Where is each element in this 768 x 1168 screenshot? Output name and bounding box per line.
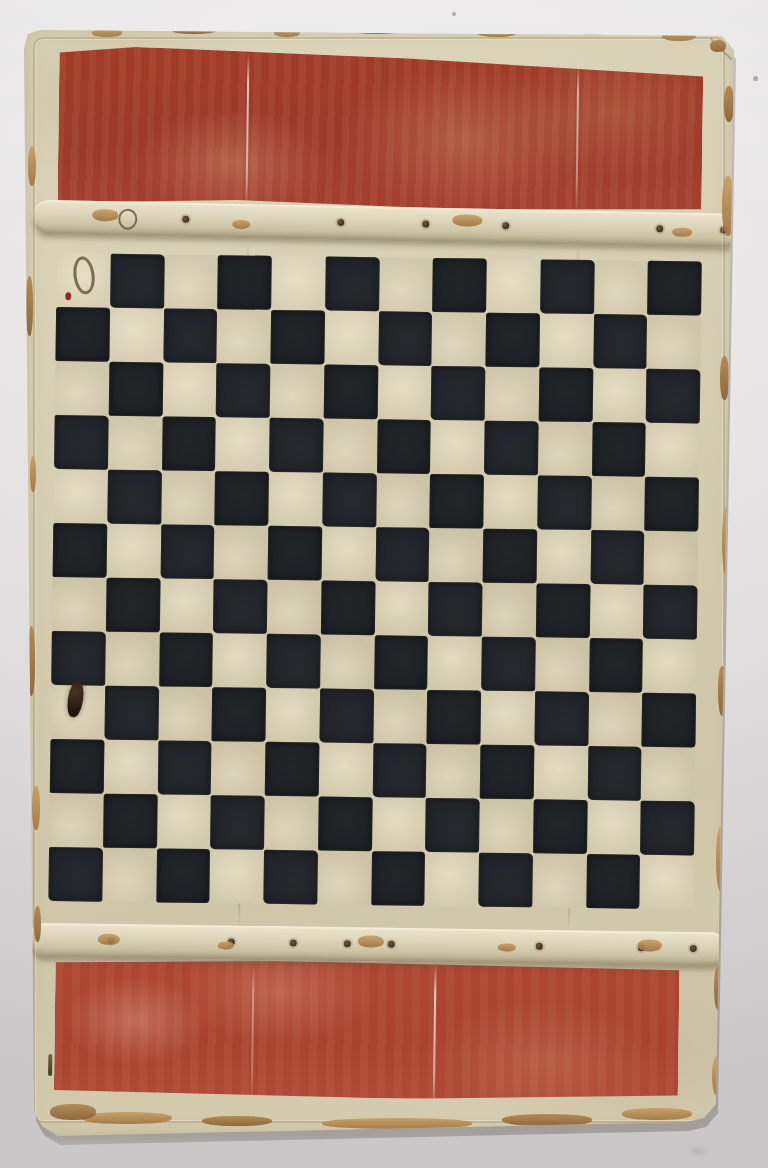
- gameboard: [22, 26, 738, 1138]
- paint-chip: [502, 1114, 592, 1126]
- paint-chip: [718, 666, 727, 716]
- paint-chip: [30, 456, 36, 492]
- photo-background: [0, 0, 768, 1168]
- paint-chip: [92, 29, 122, 37]
- paint-chip: [622, 1108, 692, 1120]
- paint-chip: [28, 626, 35, 696]
- paint-chip: [662, 31, 696, 41]
- paint-chip: [477, 28, 517, 37]
- paint-chip: [710, 40, 726, 52]
- background-smudge: [690, 1148, 706, 1154]
- paint-chip: [172, 27, 216, 34]
- paint-chip: [50, 1104, 96, 1120]
- paint-chip: [26, 276, 33, 336]
- paint-chip: [578, 27, 608, 35]
- paint-chip: [202, 1116, 272, 1126]
- paint-chip: [274, 29, 300, 37]
- paint-chip: [352, 26, 402, 34]
- paint-chip: [32, 786, 40, 830]
- paint-chip: [34, 906, 41, 942]
- paint-chip: [720, 356, 729, 400]
- background-speck: [452, 12, 456, 16]
- background-speck: [753, 76, 758, 81]
- paint-chip: [28, 146, 36, 186]
- frame-inner-edge: [33, 37, 725, 1123]
- paint-chip: [724, 86, 734, 122]
